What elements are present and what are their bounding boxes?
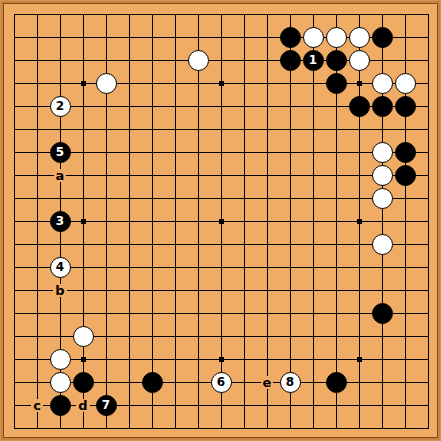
intersection-M13[interactable] xyxy=(256,141,279,164)
intersection-O2[interactable] xyxy=(302,394,325,417)
intersection-O16[interactable] xyxy=(302,72,325,95)
intersection-P18[interactable] xyxy=(325,26,348,49)
intersection-D9[interactable] xyxy=(72,233,95,256)
intersection-T18[interactable] xyxy=(417,26,440,49)
intersection-K15[interactable] xyxy=(210,95,233,118)
intersection-S15[interactable] xyxy=(394,95,417,118)
intersection-B6[interactable] xyxy=(26,302,49,325)
intersection-P6[interactable] xyxy=(325,302,348,325)
intersection-L6[interactable] xyxy=(233,302,256,325)
intersection-O10[interactable] xyxy=(302,210,325,233)
intersection-F13[interactable] xyxy=(118,141,141,164)
intersection-E12[interactable] xyxy=(95,164,118,187)
intersection-T5[interactable] xyxy=(417,325,440,348)
intersection-E17[interactable] xyxy=(95,49,118,72)
intersection-K7[interactable] xyxy=(210,279,233,302)
intersection-Q13[interactable] xyxy=(348,141,371,164)
intersection-H10[interactable] xyxy=(164,210,187,233)
intersection-D19[interactable] xyxy=(72,3,95,26)
intersection-C10[interactable]: 3 xyxy=(49,210,72,233)
intersection-K5[interactable] xyxy=(210,325,233,348)
intersection-G3[interactable] xyxy=(141,371,164,394)
intersection-N12[interactable] xyxy=(279,164,302,187)
intersection-S19[interactable] xyxy=(394,3,417,26)
intersection-P16[interactable] xyxy=(325,72,348,95)
intersection-K8[interactable] xyxy=(210,256,233,279)
intersection-O19[interactable] xyxy=(302,3,325,26)
intersection-C15[interactable]: 2 xyxy=(49,95,72,118)
intersection-K4[interactable] xyxy=(210,348,233,371)
intersection-B17[interactable] xyxy=(26,49,49,72)
intersection-A7[interactable] xyxy=(3,279,26,302)
intersection-Q8[interactable] xyxy=(348,256,371,279)
intersection-E11[interactable] xyxy=(95,187,118,210)
intersection-S16[interactable] xyxy=(394,72,417,95)
intersection-M5[interactable] xyxy=(256,325,279,348)
intersection-Q19[interactable] xyxy=(348,3,371,26)
intersection-N14[interactable] xyxy=(279,118,302,141)
intersection-G13[interactable] xyxy=(141,141,164,164)
intersection-J12[interactable] xyxy=(187,164,210,187)
intersection-B2[interactable]: c xyxy=(26,394,49,417)
intersection-A6[interactable] xyxy=(3,302,26,325)
intersection-D3[interactable] xyxy=(72,371,95,394)
intersection-S8[interactable] xyxy=(394,256,417,279)
intersection-K16[interactable] xyxy=(210,72,233,95)
intersection-S12[interactable] xyxy=(394,164,417,187)
intersection-B12[interactable] xyxy=(26,164,49,187)
intersection-O9[interactable] xyxy=(302,233,325,256)
intersection-Q2[interactable] xyxy=(348,394,371,417)
intersection-M6[interactable] xyxy=(256,302,279,325)
intersection-S14[interactable] xyxy=(394,118,417,141)
intersection-S1[interactable] xyxy=(394,417,417,440)
intersection-K14[interactable] xyxy=(210,118,233,141)
intersection-R7[interactable] xyxy=(371,279,394,302)
intersection-R4[interactable] xyxy=(371,348,394,371)
intersection-H11[interactable] xyxy=(164,187,187,210)
intersection-N13[interactable] xyxy=(279,141,302,164)
intersection-H1[interactable] xyxy=(164,417,187,440)
intersection-H9[interactable] xyxy=(164,233,187,256)
intersection-M10[interactable] xyxy=(256,210,279,233)
intersection-M9[interactable] xyxy=(256,233,279,256)
intersection-G18[interactable] xyxy=(141,26,164,49)
intersection-E19[interactable] xyxy=(95,3,118,26)
intersection-B1[interactable] xyxy=(26,417,49,440)
intersection-F17[interactable] xyxy=(118,49,141,72)
intersection-N18[interactable] xyxy=(279,26,302,49)
intersection-N8[interactable] xyxy=(279,256,302,279)
intersection-G12[interactable] xyxy=(141,164,164,187)
intersection-R15[interactable] xyxy=(371,95,394,118)
intersection-S6[interactable] xyxy=(394,302,417,325)
intersection-Q18[interactable] xyxy=(348,26,371,49)
intersection-G1[interactable] xyxy=(141,417,164,440)
intersection-A8[interactable] xyxy=(3,256,26,279)
intersection-S3[interactable] xyxy=(394,371,417,394)
intersection-A5[interactable] xyxy=(3,325,26,348)
intersection-F12[interactable] xyxy=(118,164,141,187)
intersection-P9[interactable] xyxy=(325,233,348,256)
intersection-R8[interactable] xyxy=(371,256,394,279)
intersection-D15[interactable] xyxy=(72,95,95,118)
intersection-E15[interactable] xyxy=(95,95,118,118)
intersection-L4[interactable] xyxy=(233,348,256,371)
intersection-N1[interactable] xyxy=(279,417,302,440)
intersection-D6[interactable] xyxy=(72,302,95,325)
intersection-M15[interactable] xyxy=(256,95,279,118)
intersection-Q15[interactable] xyxy=(348,95,371,118)
intersection-H8[interactable] xyxy=(164,256,187,279)
intersection-R1[interactable] xyxy=(371,417,394,440)
intersection-L3[interactable] xyxy=(233,371,256,394)
intersection-J8[interactable] xyxy=(187,256,210,279)
intersection-G4[interactable] xyxy=(141,348,164,371)
intersection-O8[interactable] xyxy=(302,256,325,279)
intersection-N2[interactable] xyxy=(279,394,302,417)
intersection-D16[interactable] xyxy=(72,72,95,95)
intersection-L1[interactable] xyxy=(233,417,256,440)
intersection-K3[interactable]: 6 xyxy=(210,371,233,394)
intersection-O5[interactable] xyxy=(302,325,325,348)
intersection-H13[interactable] xyxy=(164,141,187,164)
intersection-Q6[interactable] xyxy=(348,302,371,325)
intersection-G10[interactable] xyxy=(141,210,164,233)
intersection-P1[interactable] xyxy=(325,417,348,440)
intersection-P7[interactable] xyxy=(325,279,348,302)
intersection-D1[interactable] xyxy=(72,417,95,440)
intersection-G11[interactable] xyxy=(141,187,164,210)
intersection-L9[interactable] xyxy=(233,233,256,256)
intersection-P10[interactable] xyxy=(325,210,348,233)
intersection-F4[interactable] xyxy=(118,348,141,371)
intersection-H15[interactable] xyxy=(164,95,187,118)
intersection-T12[interactable] xyxy=(417,164,440,187)
intersection-B8[interactable] xyxy=(26,256,49,279)
intersection-P2[interactable] xyxy=(325,394,348,417)
intersection-A10[interactable] xyxy=(3,210,26,233)
intersection-J7[interactable] xyxy=(187,279,210,302)
intersection-B11[interactable] xyxy=(26,187,49,210)
intersection-B9[interactable] xyxy=(26,233,49,256)
intersection-C3[interactable] xyxy=(49,371,72,394)
intersection-G16[interactable] xyxy=(141,72,164,95)
intersection-O17[interactable]: 1 xyxy=(302,49,325,72)
intersection-D2[interactable]: d xyxy=(72,394,95,417)
intersection-E1[interactable] xyxy=(95,417,118,440)
intersection-E9[interactable] xyxy=(95,233,118,256)
intersection-P13[interactable] xyxy=(325,141,348,164)
intersection-D7[interactable] xyxy=(72,279,95,302)
intersection-P3[interactable] xyxy=(325,371,348,394)
intersection-L19[interactable] xyxy=(233,3,256,26)
intersection-C6[interactable] xyxy=(49,302,72,325)
intersection-D8[interactable] xyxy=(72,256,95,279)
intersection-C2[interactable] xyxy=(49,394,72,417)
intersection-Q4[interactable] xyxy=(348,348,371,371)
intersection-A15[interactable] xyxy=(3,95,26,118)
intersection-M12[interactable] xyxy=(256,164,279,187)
intersection-P12[interactable] xyxy=(325,164,348,187)
intersection-P15[interactable] xyxy=(325,95,348,118)
intersection-N11[interactable] xyxy=(279,187,302,210)
intersection-K18[interactable] xyxy=(210,26,233,49)
intersection-H6[interactable] xyxy=(164,302,187,325)
intersection-N16[interactable] xyxy=(279,72,302,95)
intersection-R14[interactable] xyxy=(371,118,394,141)
intersection-O11[interactable] xyxy=(302,187,325,210)
intersection-M4[interactable] xyxy=(256,348,279,371)
intersection-B16[interactable] xyxy=(26,72,49,95)
intersection-H19[interactable] xyxy=(164,3,187,26)
intersection-P17[interactable] xyxy=(325,49,348,72)
intersection-E14[interactable] xyxy=(95,118,118,141)
intersection-K9[interactable] xyxy=(210,233,233,256)
intersection-G14[interactable] xyxy=(141,118,164,141)
intersection-S4[interactable] xyxy=(394,348,417,371)
intersection-J10[interactable] xyxy=(187,210,210,233)
intersection-R6[interactable] xyxy=(371,302,394,325)
intersection-S13[interactable] xyxy=(394,141,417,164)
intersection-E6[interactable] xyxy=(95,302,118,325)
intersection-H5[interactable] xyxy=(164,325,187,348)
intersection-J3[interactable] xyxy=(187,371,210,394)
intersection-J5[interactable] xyxy=(187,325,210,348)
intersection-N15[interactable] xyxy=(279,95,302,118)
intersection-B18[interactable] xyxy=(26,26,49,49)
intersection-F2[interactable] xyxy=(118,394,141,417)
intersection-J1[interactable] xyxy=(187,417,210,440)
intersection-B15[interactable] xyxy=(26,95,49,118)
intersection-E4[interactable] xyxy=(95,348,118,371)
intersection-A18[interactable] xyxy=(3,26,26,49)
intersection-A4[interactable] xyxy=(3,348,26,371)
intersection-R10[interactable] xyxy=(371,210,394,233)
intersection-M17[interactable] xyxy=(256,49,279,72)
intersection-A12[interactable] xyxy=(3,164,26,187)
intersection-R12[interactable] xyxy=(371,164,394,187)
intersection-T14[interactable] xyxy=(417,118,440,141)
intersection-A9[interactable] xyxy=(3,233,26,256)
intersection-O4[interactable] xyxy=(302,348,325,371)
intersection-B5[interactable] xyxy=(26,325,49,348)
intersection-P19[interactable] xyxy=(325,3,348,26)
intersection-E18[interactable] xyxy=(95,26,118,49)
intersection-E3[interactable] xyxy=(95,371,118,394)
intersection-N5[interactable] xyxy=(279,325,302,348)
intersection-K12[interactable] xyxy=(210,164,233,187)
intersection-J17[interactable] xyxy=(187,49,210,72)
intersection-F10[interactable] xyxy=(118,210,141,233)
intersection-Q5[interactable] xyxy=(348,325,371,348)
intersection-D18[interactable] xyxy=(72,26,95,49)
intersection-J13[interactable] xyxy=(187,141,210,164)
intersection-K1[interactable] xyxy=(210,417,233,440)
intersection-E13[interactable] xyxy=(95,141,118,164)
intersection-T8[interactable] xyxy=(417,256,440,279)
intersection-M16[interactable] xyxy=(256,72,279,95)
intersection-A2[interactable] xyxy=(3,394,26,417)
intersection-D5[interactable] xyxy=(72,325,95,348)
intersection-A17[interactable] xyxy=(3,49,26,72)
intersection-N7[interactable] xyxy=(279,279,302,302)
intersection-N19[interactable] xyxy=(279,3,302,26)
intersection-C18[interactable] xyxy=(49,26,72,49)
intersection-N10[interactable] xyxy=(279,210,302,233)
intersection-Q10[interactable] xyxy=(348,210,371,233)
intersection-K11[interactable] xyxy=(210,187,233,210)
intersection-P8[interactable] xyxy=(325,256,348,279)
intersection-C19[interactable] xyxy=(49,3,72,26)
intersection-S9[interactable] xyxy=(394,233,417,256)
intersection-C7[interactable]: b xyxy=(49,279,72,302)
intersection-C17[interactable] xyxy=(49,49,72,72)
intersection-S2[interactable] xyxy=(394,394,417,417)
intersection-R18[interactable] xyxy=(371,26,394,49)
intersection-K19[interactable] xyxy=(210,3,233,26)
intersection-H7[interactable] xyxy=(164,279,187,302)
intersection-K17[interactable] xyxy=(210,49,233,72)
intersection-T9[interactable] xyxy=(417,233,440,256)
intersection-S17[interactable] xyxy=(394,49,417,72)
intersection-B19[interactable] xyxy=(26,3,49,26)
intersection-E7[interactable] xyxy=(95,279,118,302)
intersection-F7[interactable] xyxy=(118,279,141,302)
intersection-O3[interactable] xyxy=(302,371,325,394)
intersection-N3[interactable]: 8 xyxy=(279,371,302,394)
intersection-F6[interactable] xyxy=(118,302,141,325)
intersection-L8[interactable] xyxy=(233,256,256,279)
intersection-A14[interactable] xyxy=(3,118,26,141)
intersection-O18[interactable] xyxy=(302,26,325,49)
intersection-L12[interactable] xyxy=(233,164,256,187)
intersection-B4[interactable] xyxy=(26,348,49,371)
intersection-H4[interactable] xyxy=(164,348,187,371)
intersection-S10[interactable] xyxy=(394,210,417,233)
intersection-H12[interactable] xyxy=(164,164,187,187)
intersection-F15[interactable] xyxy=(118,95,141,118)
intersection-T3[interactable] xyxy=(417,371,440,394)
intersection-Q16[interactable] xyxy=(348,72,371,95)
intersection-A19[interactable] xyxy=(3,3,26,26)
intersection-N6[interactable] xyxy=(279,302,302,325)
intersection-A1[interactable] xyxy=(3,417,26,440)
intersection-R16[interactable] xyxy=(371,72,394,95)
intersection-O7[interactable] xyxy=(302,279,325,302)
intersection-O1[interactable] xyxy=(302,417,325,440)
intersection-H2[interactable] xyxy=(164,394,187,417)
intersection-M7[interactable] xyxy=(256,279,279,302)
intersection-P11[interactable] xyxy=(325,187,348,210)
intersection-F9[interactable] xyxy=(118,233,141,256)
intersection-C9[interactable] xyxy=(49,233,72,256)
intersection-J2[interactable] xyxy=(187,394,210,417)
intersection-T10[interactable] xyxy=(417,210,440,233)
intersection-G5[interactable] xyxy=(141,325,164,348)
intersection-G8[interactable] xyxy=(141,256,164,279)
intersection-Q7[interactable] xyxy=(348,279,371,302)
intersection-L7[interactable] xyxy=(233,279,256,302)
intersection-T2[interactable] xyxy=(417,394,440,417)
intersection-M1[interactable] xyxy=(256,417,279,440)
intersection-O14[interactable] xyxy=(302,118,325,141)
intersection-D14[interactable] xyxy=(72,118,95,141)
intersection-C8[interactable]: 4 xyxy=(49,256,72,279)
intersection-N17[interactable] xyxy=(279,49,302,72)
intersection-A3[interactable] xyxy=(3,371,26,394)
intersection-R17[interactable] xyxy=(371,49,394,72)
intersection-T1[interactable] xyxy=(417,417,440,440)
intersection-F3[interactable] xyxy=(118,371,141,394)
intersection-R11[interactable] xyxy=(371,187,394,210)
intersection-H3[interactable] xyxy=(164,371,187,394)
intersection-L17[interactable] xyxy=(233,49,256,72)
intersection-J14[interactable] xyxy=(187,118,210,141)
intersection-T13[interactable] xyxy=(417,141,440,164)
intersection-H17[interactable] xyxy=(164,49,187,72)
intersection-D10[interactable] xyxy=(72,210,95,233)
intersection-Q12[interactable] xyxy=(348,164,371,187)
intersection-G15[interactable] xyxy=(141,95,164,118)
intersection-O15[interactable] xyxy=(302,95,325,118)
intersection-D12[interactable] xyxy=(72,164,95,187)
intersection-B7[interactable] xyxy=(26,279,49,302)
intersection-T15[interactable] xyxy=(417,95,440,118)
intersection-T6[interactable] xyxy=(417,302,440,325)
intersection-R2[interactable] xyxy=(371,394,394,417)
intersection-M19[interactable] xyxy=(256,3,279,26)
intersection-L16[interactable] xyxy=(233,72,256,95)
intersection-N9[interactable] xyxy=(279,233,302,256)
intersection-A13[interactable] xyxy=(3,141,26,164)
intersection-K2[interactable] xyxy=(210,394,233,417)
intersection-C13[interactable]: 5 xyxy=(49,141,72,164)
intersection-E2[interactable]: 7 xyxy=(95,394,118,417)
intersection-F5[interactable] xyxy=(118,325,141,348)
intersection-Q3[interactable] xyxy=(348,371,371,394)
intersection-J16[interactable] xyxy=(187,72,210,95)
intersection-P14[interactable] xyxy=(325,118,348,141)
intersection-E10[interactable] xyxy=(95,210,118,233)
intersection-R5[interactable] xyxy=(371,325,394,348)
intersection-T17[interactable] xyxy=(417,49,440,72)
intersection-R13[interactable] xyxy=(371,141,394,164)
intersection-E16[interactable] xyxy=(95,72,118,95)
intersection-H18[interactable] xyxy=(164,26,187,49)
intersection-B10[interactable] xyxy=(26,210,49,233)
intersection-G7[interactable] xyxy=(141,279,164,302)
intersection-M14[interactable] xyxy=(256,118,279,141)
intersection-C16[interactable] xyxy=(49,72,72,95)
intersection-M11[interactable] xyxy=(256,187,279,210)
intersection-L14[interactable] xyxy=(233,118,256,141)
intersection-P4[interactable] xyxy=(325,348,348,371)
intersection-G9[interactable] xyxy=(141,233,164,256)
intersection-T16[interactable] xyxy=(417,72,440,95)
intersection-M2[interactable] xyxy=(256,394,279,417)
intersection-K10[interactable] xyxy=(210,210,233,233)
intersection-G19[interactable] xyxy=(141,3,164,26)
intersection-L18[interactable] xyxy=(233,26,256,49)
intersection-T19[interactable] xyxy=(417,3,440,26)
intersection-F8[interactable] xyxy=(118,256,141,279)
intersection-L11[interactable] xyxy=(233,187,256,210)
intersection-J15[interactable] xyxy=(187,95,210,118)
intersection-C11[interactable] xyxy=(49,187,72,210)
intersection-J6[interactable] xyxy=(187,302,210,325)
intersection-Q17[interactable] xyxy=(348,49,371,72)
